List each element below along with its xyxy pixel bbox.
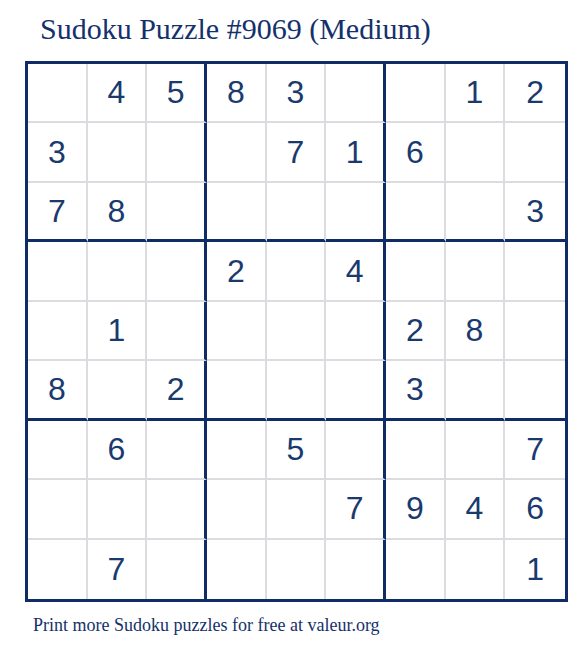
- cell-r6c6[interactable]: [326, 361, 386, 420]
- cell-r7c4[interactable]: [207, 421, 267, 480]
- cell-r1c9[interactable]: 2: [505, 64, 565, 123]
- cell-r2c2[interactable]: [88, 123, 148, 182]
- cell-r4c1[interactable]: [28, 242, 88, 301]
- cell-r3c4[interactable]: [207, 183, 267, 242]
- cell-r8c7[interactable]: 9: [386, 480, 446, 539]
- cell-r2c1[interactable]: 3: [28, 123, 88, 182]
- cell-r9c4[interactable]: [207, 540, 267, 599]
- cell-r5c2[interactable]: 1: [88, 302, 148, 361]
- sudoku-page: Sudoku Puzzle #9069 (Medium) 45831237167…: [0, 0, 574, 651]
- cell-r9c2[interactable]: 7: [88, 540, 148, 599]
- cell-r6c9[interactable]: [505, 361, 565, 420]
- cell-r7c2[interactable]: 6: [88, 421, 148, 480]
- cell-r9c7[interactable]: [386, 540, 446, 599]
- cell-r4c8[interactable]: [446, 242, 506, 301]
- cell-r3c3[interactable]: [147, 183, 207, 242]
- cell-r9c5[interactable]: [267, 540, 327, 599]
- cell-r8c4[interactable]: [207, 480, 267, 539]
- cell-r1c1[interactable]: [28, 64, 88, 123]
- cell-r7c1[interactable]: [28, 421, 88, 480]
- cell-r2c5[interactable]: 7: [267, 123, 327, 182]
- cell-r3c7[interactable]: [386, 183, 446, 242]
- cell-r3c1[interactable]: 7: [28, 183, 88, 242]
- cell-r5c4[interactable]: [207, 302, 267, 361]
- cell-r8c2[interactable]: [88, 480, 148, 539]
- cell-r6c4[interactable]: [207, 361, 267, 420]
- cell-r3c2[interactable]: 8: [88, 183, 148, 242]
- cell-r6c3[interactable]: 2: [147, 361, 207, 420]
- cell-r1c2[interactable]: 4: [88, 64, 148, 123]
- cell-r2c9[interactable]: [505, 123, 565, 182]
- cell-r8c6[interactable]: 7: [326, 480, 386, 539]
- cell-r1c7[interactable]: [386, 64, 446, 123]
- cell-r2c6[interactable]: 1: [326, 123, 386, 182]
- cell-r6c8[interactable]: [446, 361, 506, 420]
- cell-r1c4[interactable]: 8: [207, 64, 267, 123]
- sudoku-board: 458312371678324128823657794671: [25, 61, 568, 602]
- cell-r7c3[interactable]: [147, 421, 207, 480]
- cell-r2c4[interactable]: [207, 123, 267, 182]
- cell-r1c5[interactable]: 3: [267, 64, 327, 123]
- page-title: Sudoku Puzzle #9069 (Medium): [40, 12, 431, 46]
- cell-r8c3[interactable]: [147, 480, 207, 539]
- footer-text: Print more Sudoku puzzles for free at va…: [33, 613, 380, 637]
- cell-r4c4[interactable]: 2: [207, 242, 267, 301]
- cell-r4c5[interactable]: [267, 242, 327, 301]
- cell-r7c6[interactable]: [326, 421, 386, 480]
- cell-r9c8[interactable]: [446, 540, 506, 599]
- cell-r3c8[interactable]: [446, 183, 506, 242]
- cell-r3c6[interactable]: [326, 183, 386, 242]
- cell-r3c9[interactable]: 3: [505, 183, 565, 242]
- cell-r7c9[interactable]: 7: [505, 421, 565, 480]
- cell-r6c7[interactable]: 3: [386, 361, 446, 420]
- cell-r5c5[interactable]: [267, 302, 327, 361]
- cell-r1c3[interactable]: 5: [147, 64, 207, 123]
- cell-r9c6[interactable]: [326, 540, 386, 599]
- cell-r4c2[interactable]: [88, 242, 148, 301]
- cell-r1c8[interactable]: 1: [446, 64, 506, 123]
- cell-r4c7[interactable]: [386, 242, 446, 301]
- cell-r3c5[interactable]: [267, 183, 327, 242]
- cell-r2c8[interactable]: [446, 123, 506, 182]
- cell-r9c9[interactable]: 1: [505, 540, 565, 599]
- cell-r5c8[interactable]: 8: [446, 302, 506, 361]
- cell-r4c6[interactable]: 4: [326, 242, 386, 301]
- cell-r8c1[interactable]: [28, 480, 88, 539]
- cell-r4c9[interactable]: [505, 242, 565, 301]
- cell-r5c6[interactable]: [326, 302, 386, 361]
- cell-r9c1[interactable]: [28, 540, 88, 599]
- cell-r8c5[interactable]: [267, 480, 327, 539]
- cell-r5c1[interactable]: [28, 302, 88, 361]
- cell-r6c5[interactable]: [267, 361, 327, 420]
- cell-r8c8[interactable]: 4: [446, 480, 506, 539]
- cell-r6c2[interactable]: [88, 361, 148, 420]
- cell-r1c6[interactable]: [326, 64, 386, 123]
- cell-r5c7[interactable]: 2: [386, 302, 446, 361]
- cell-r6c1[interactable]: 8: [28, 361, 88, 420]
- cell-r7c5[interactable]: 5: [267, 421, 327, 480]
- cell-r9c3[interactable]: [147, 540, 207, 599]
- cell-r5c9[interactable]: [505, 302, 565, 361]
- cell-r8c9[interactable]: 6: [505, 480, 565, 539]
- cell-r7c7[interactable]: [386, 421, 446, 480]
- cell-r7c8[interactable]: [446, 421, 506, 480]
- cell-r4c3[interactable]: [147, 242, 207, 301]
- cell-r2c7[interactable]: 6: [386, 123, 446, 182]
- cell-r5c3[interactable]: [147, 302, 207, 361]
- cell-r2c3[interactable]: [147, 123, 207, 182]
